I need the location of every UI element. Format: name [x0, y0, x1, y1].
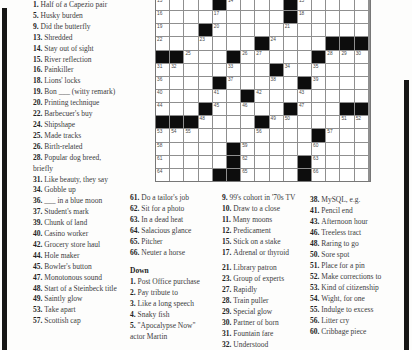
across-clue-22: 22. Barbecuer's buy [33, 109, 121, 120]
down-clue-17: 17. Adrenal or thyroid [222, 247, 306, 258]
grid-cell-r12c7[interactable] [241, 129, 254, 141]
grid-cell-r7c3[interactable] [184, 64, 197, 76]
grid-cell-r12c9[interactable] [270, 129, 283, 141]
grid-cell-r5c8-black [255, 37, 268, 49]
grid-cell-r9c12[interactable] [312, 90, 325, 102]
grid-cell-r14c5[interactable] [213, 156, 226, 168]
grid-cell-r2c6[interactable]: 14 [227, 0, 240, 10]
grid-cell-r13c2[interactable] [170, 143, 183, 155]
grid-cell-r12c2[interactable]: 54 [170, 129, 183, 141]
grid-cell-r15c13[interactable] [326, 169, 339, 181]
down-clue-32: 32. Understood [222, 339, 306, 350]
grid-cell-r5c2[interactable] [170, 37, 183, 49]
grid-cell-r9c6[interactable] [227, 90, 240, 102]
grid-cell-r11c11[interactable] [298, 116, 311, 128]
across-clue-65: 65. Pitcher [130, 236, 210, 247]
clue-number-25: 25 [185, 51, 190, 56]
grid-cell-r13c14[interactable] [340, 143, 353, 155]
grid-cell-r3c12[interactable] [312, 11, 325, 23]
grid-cell-r9c1[interactable]: 40 [156, 90, 169, 102]
grid-cell-r7c5[interactable] [213, 64, 226, 76]
grid-cell-r8c1[interactable]: 36 [156, 77, 169, 89]
grid-cell-r3c14[interactable] [340, 11, 353, 23]
grid-cell-r8c15[interactable] [355, 77, 368, 89]
grid-cell-r11c13[interactable] [326, 116, 339, 128]
grid-cell-r8c6[interactable]: 37 [227, 77, 240, 89]
grid-cell-r3c11[interactable]: 18 [298, 11, 311, 23]
grid-cell-r3c3[interactable] [184, 11, 197, 23]
grid-cell-r8c13[interactable] [326, 77, 339, 89]
grid-cell-r14c4[interactable] [199, 156, 212, 168]
clue-number-44: 44 [157, 103, 162, 108]
grid-cell-r10c11[interactable]: 47 [298, 103, 311, 115]
grid-cell-r6c2-black [170, 51, 183, 63]
grid-cell-r5c5[interactable] [213, 37, 226, 49]
across-clue-5: 5. Husky burden [33, 11, 121, 22]
grid-cell-r13c7[interactable]: 59 [241, 143, 254, 155]
grid-cell-r13c11[interactable] [298, 143, 311, 155]
across-clue-47: 47. Monotonous sound [33, 273, 121, 284]
across-clue-42: 42. Grocery store haul [33, 240, 121, 251]
grid-cell-r10c9[interactable] [270, 103, 283, 115]
across-clue-53: 53. Take apart [33, 305, 121, 316]
grid-cell-r14c13[interactable] [326, 156, 339, 168]
grid-cell-r5c1[interactable]: 22 [156, 37, 169, 49]
grid-cell-r11c2-black [170, 116, 183, 128]
grid-cell-r10c3[interactable] [184, 103, 197, 115]
down-clue-30: 30. Partner of born [222, 317, 306, 328]
grid-cell-r8c12[interactable]: 39 [312, 77, 325, 89]
down-clue-27: 27. Rapidly [222, 284, 306, 295]
down-clue-41: 41. Pencil end [310, 205, 402, 216]
grid-cell-r13c4[interactable] [199, 143, 212, 155]
grid-cell-r14c1[interactable]: 61 [156, 156, 169, 168]
grid-cell-r7c15[interactable] [355, 64, 368, 76]
grid-cell-r2c4[interactable] [199, 0, 212, 10]
grid-cell-r4c2[interactable] [170, 24, 183, 36]
grid-cell-r6c15[interactable]: 30 [355, 51, 368, 63]
down-clue-53: 53. Kind of citizenship [310, 282, 402, 293]
grid-cell-r2c10-black [284, 0, 297, 10]
grid-cell-r8c11-black [298, 77, 311, 89]
clues-column-2: 61. Do a tailor's job62. Sit for a photo… [130, 192, 210, 342]
grid-cell-r6c8[interactable]: 27 [255, 51, 268, 63]
grid-cell-r9c13[interactable] [326, 90, 339, 102]
grid-cell-r8c14[interactable] [340, 77, 353, 89]
clue-number-16: 16 [157, 11, 162, 16]
grid-cell-r7c9-black [270, 64, 283, 76]
grid-cell-r11c3-black [184, 116, 197, 128]
across-clue-36: 36. ___ in a blue moon [33, 196, 121, 207]
grid-cell-r4c1[interactable]: 19 [156, 24, 169, 36]
grid-cell-r2c2[interactable] [170, 0, 183, 10]
clue-number-56: 56 [256, 129, 261, 134]
grid-cell-r14c2[interactable] [170, 156, 183, 168]
clue-number-66: 66 [313, 169, 318, 174]
down-clue-31: 31. Fountain fare [222, 328, 306, 339]
grid-cell-r14c8[interactable] [255, 156, 268, 168]
grid-cell-r6c4[interactable] [199, 51, 212, 63]
grid-cell-r3c4[interactable] [199, 11, 212, 23]
grid-cell-r12c14[interactable] [340, 129, 353, 141]
grid-cell-r10c2[interactable] [170, 103, 183, 115]
grid-cell-r7c7[interactable] [241, 64, 254, 76]
across-clue-16: 16. Painkiller [33, 65, 121, 76]
grid-cell-r12c4[interactable] [199, 129, 212, 141]
across-clue-40: 40. Casino worker [33, 229, 121, 240]
clue-number-47: 47 [299, 103, 304, 108]
grid-cell-r13c3[interactable] [184, 143, 197, 155]
grid-cell-r13c5[interactable] [213, 143, 226, 155]
grid-cell-r12c11[interactable] [298, 129, 311, 141]
down-clues-column-3: 9. 99's cohort in '70s TV10. Draw to a c… [222, 192, 306, 350]
across-clue-48: 48. Start of a Steinbeck title [33, 284, 121, 295]
grid-cell-r4c15[interactable] [355, 24, 368, 36]
grid-cell-r7c11[interactable] [298, 64, 311, 76]
grid-cell-r8c5-black [213, 77, 226, 89]
grid-cell-r11c9[interactable]: 49 [270, 116, 283, 128]
down-clue-5: 5. "Apocalypse Now" actor Martin [130, 320, 210, 342]
grid-cell-r9c4[interactable] [199, 90, 212, 102]
grid-cell-r6c11[interactable] [298, 51, 311, 63]
grid-cell-r8c10[interactable] [284, 77, 297, 89]
clue-number-20: 20 [214, 24, 219, 29]
grid-cell-r14c10[interactable] [284, 156, 297, 168]
down-clue-21: 21. Library patron [222, 262, 306, 273]
grid-cell-r3c13[interactable] [326, 11, 339, 23]
grid-cell-r6c9[interactable] [270, 51, 283, 63]
clue-number-50: 50 [285, 116, 290, 121]
grid-cell-r12c12-black [312, 129, 325, 141]
across-clue-14: 14. Stay out of sight [33, 44, 121, 55]
grid-cell-r11c7[interactable] [241, 116, 254, 128]
grid-cell-r15c12[interactable]: 66 [312, 169, 325, 181]
grid-cell-r11c5[interactable] [213, 116, 226, 128]
grid-cell-r2c15[interactable] [355, 0, 368, 10]
grid-cell-r9c14[interactable] [340, 90, 353, 102]
down-clue-10: 10. Draw to a close [222, 203, 306, 214]
clue-number-59: 59 [242, 143, 247, 148]
grid-cell-r2c3[interactable] [184, 0, 197, 10]
grid-cell-r15c10[interactable] [284, 169, 297, 181]
grid-cell-r8c3[interactable] [184, 77, 197, 89]
grid-cell-r5c7[interactable] [241, 37, 254, 49]
grid-cell-r5c3[interactable] [184, 37, 197, 49]
grid-cell-r13c1[interactable]: 58 [156, 143, 169, 155]
down-clue-15: 15. Stick on a stake [222, 236, 306, 247]
grid-cell-r4c9[interactable] [270, 24, 283, 36]
grid-cell-r4c6[interactable] [227, 24, 240, 36]
clue-number-17: 17 [214, 11, 219, 16]
grid-cell-r3c10-black [284, 11, 297, 23]
clue-number-36: 36 [157, 77, 162, 82]
grid-cell-r9c15[interactable] [355, 90, 368, 102]
grid-cell-r15c8[interactable] [255, 169, 268, 181]
across-clues-column-1: 1. Half of a Capezio pair5. Husky burden… [33, 0, 121, 327]
grid-cell-r15c1[interactable]: 64 [156, 169, 169, 181]
grid-cell-r11c15[interactable]: 52 [355, 116, 368, 128]
grid-cell-r14c7[interactable]: 62 [241, 156, 254, 168]
grid-cell-r13c15[interactable] [355, 143, 368, 155]
grid-cell-r14c12[interactable]: 63 [312, 156, 325, 168]
grid-cell-r5c12[interactable] [312, 37, 325, 49]
clue-number-54: 54 [171, 129, 176, 134]
down-clue-11: 11. Many moons [222, 214, 306, 225]
across-clue-57: 57. Scottish cap [33, 316, 121, 327]
clue-number-55: 55 [185, 129, 190, 134]
across-clue-15: 15. River reflection [33, 55, 121, 66]
grid-cell-r4c12[interactable] [312, 24, 325, 36]
grid-cell-r13c10[interactable] [284, 143, 297, 155]
clue-number-28: 28 [327, 51, 332, 56]
grid-cell-r10c14-black [340, 103, 353, 115]
grid-cell-r3c6[interactable] [227, 11, 240, 23]
grid-cell-r13c6-black [227, 143, 240, 155]
across-clue-62: 62. Sit for a photo [130, 203, 210, 214]
grid-cell-r9c7-black [241, 90, 254, 102]
grid-cell-r9c2[interactable] [170, 90, 183, 102]
clue-number-49: 49 [271, 116, 276, 121]
grid-cell-r11c14[interactable]: 51 [340, 116, 353, 128]
grid-cell-r6c3[interactable]: 25 [184, 51, 197, 63]
grid-cell-r14c9[interactable] [270, 156, 283, 168]
grid-cell-r5c9[interactable]: 24 [270, 37, 283, 49]
grid-cell-r12c13[interactable]: 57 [326, 129, 339, 141]
grid-cell-r7c14[interactable] [340, 64, 353, 76]
down-header: Down [130, 265, 210, 276]
clue-number-38: 38 [271, 77, 276, 82]
clue-number-65: 65 [242, 169, 247, 174]
clue-number-35: 35 [313, 64, 318, 69]
grid-cell-r6c13[interactable]: 28 [326, 51, 339, 63]
grid-cell-r15c4[interactable] [199, 169, 212, 181]
grid-cell-r13c13[interactable] [326, 143, 339, 155]
grid-cell-r10c15-black [355, 103, 368, 115]
across-clue-13: 13. Shredded [33, 33, 121, 44]
grid-cell-r10c7[interactable]: 46 [241, 103, 254, 115]
grid-cell-r2c7[interactable] [241, 0, 254, 10]
grid-cell-r2c1[interactable]: 13 [156, 0, 169, 10]
down-clue-12: 12. Predicament [222, 225, 306, 236]
grid-cell-r11c1-black [156, 116, 169, 128]
grid-cell-r5c15-black [355, 37, 368, 49]
grid-cell-r4c8[interactable] [255, 24, 268, 36]
grid-cell-r10c1[interactable]: 44 [156, 103, 169, 115]
grid-cell-r8c7[interactable] [241, 77, 254, 89]
grid-cell-r15c7[interactable]: 65 [241, 169, 254, 181]
grid-cell-r4c10[interactable]: 21 [284, 24, 297, 36]
grid-cell-r9c8[interactable]: 42 [255, 90, 268, 102]
grid-cell-r10c5[interactable]: 45 [213, 103, 226, 115]
grid-cell-r14c11-black [298, 156, 311, 168]
grid-cell-r13c9[interactable] [270, 143, 283, 155]
grid-cell-r7c2[interactable]: 32 [170, 64, 183, 76]
clue-number-37: 37 [228, 77, 233, 82]
clue-number-18: 18 [299, 11, 304, 16]
grid-cell-r3c7[interactable] [241, 11, 254, 23]
down-clue-48: 48. Raring to go [310, 238, 402, 249]
grid-cell-r11c4[interactable]: 48 [199, 116, 212, 128]
grid-cell-r6c1-black [156, 51, 169, 63]
grid-cell-r4c14[interactable] [340, 24, 353, 36]
grid-cell-r9c9[interactable] [270, 90, 283, 102]
grid-cell-r3c9[interactable] [270, 11, 283, 23]
crossword-page: 1. Half of a Capezio pair5. Husky burden… [0, 0, 412, 350]
across-clue-44: 44. Hole maker [33, 251, 121, 262]
clue-number-13: 13 [157, 0, 162, 3]
grid-cell-r11c10[interactable]: 50 [284, 116, 297, 128]
grid-cell-r5c13-black [326, 37, 339, 49]
across-clue-26: 26. Birth-related [33, 142, 121, 153]
grid-cell-r12c1[interactable]: 53 [156, 129, 169, 141]
grid-cell-r2c14[interactable] [340, 0, 353, 10]
down-clue-56: 56. Litter cry [310, 315, 402, 326]
across-clue-1: 1. Half of a Capezio pair [33, 0, 121, 11]
grid-cell-r6c14[interactable]: 29 [340, 51, 353, 63]
grid-cell-r4c4-black [199, 24, 212, 36]
grid-cell-r15c14[interactable] [340, 169, 353, 181]
grid-cell-r15c11-black [298, 169, 311, 181]
grid-cell-r11c12[interactable] [312, 116, 325, 128]
grid-cell-r15c15[interactable] [355, 169, 368, 181]
grid-cell-r12c8[interactable]: 56 [255, 129, 268, 141]
grid-cell-r7c6[interactable]: 33 [227, 64, 240, 76]
down-clue-1: 1. Post Office purchase [130, 276, 210, 287]
clue-number-27: 27 [256, 51, 261, 56]
grid-cell-r10c10-black [284, 103, 297, 115]
clue-number-39: 39 [313, 77, 318, 82]
grid-cell-r7c12[interactable]: 35 [312, 64, 325, 76]
grid-cell-r3c15[interactable] [355, 11, 368, 23]
grid-cell-r5c10[interactable] [284, 37, 297, 49]
grid-cell-r8c8[interactable] [255, 77, 268, 89]
grid-cell-r10c13[interactable] [326, 103, 339, 115]
grid-cell-r2c9[interactable] [270, 0, 283, 10]
down-clues-column-4: 38. MySQL, e.g.41. Pencil end43. Afterno… [310, 194, 402, 337]
grid-cell-r7c10[interactable]: 34 [284, 64, 297, 76]
clue-number-23: 23 [200, 37, 205, 42]
grid-cell-r4c11[interactable] [298, 24, 311, 36]
scan-edge-left [2, 8, 7, 350]
grid-cell-r13c8[interactable] [255, 143, 268, 155]
clue-number-62: 62 [242, 156, 247, 161]
grid-cell-r12c15[interactable] [355, 129, 368, 141]
down-clue-43: 43. Afternoon hour [310, 216, 402, 227]
clue-number-26: 26 [242, 51, 247, 56]
clue-number-33: 33 [228, 64, 233, 69]
grid-cell-r2c13[interactable] [326, 0, 339, 10]
down-clue-2: 2. Pay tribute to [130, 287, 210, 298]
clue-number-60: 60 [313, 143, 318, 148]
grid-cell-r6c5[interactable] [213, 51, 226, 63]
clue-number-14: 14 [228, 0, 233, 3]
grid-cell-r12c6[interactable] [227, 129, 240, 141]
down-clue-23: 23. Group of experts [222, 273, 306, 284]
clue-number-34: 34 [285, 64, 290, 69]
grid-cell-r11c6[interactable] [227, 116, 240, 128]
grid-cell-r3c8[interactable] [255, 11, 268, 23]
grid-cell-r8c2[interactable] [170, 77, 183, 89]
grid-cell-r4c3[interactable] [184, 24, 197, 36]
grid-cell-r8c9[interactable]: 38 [270, 77, 283, 89]
grid-cell-r10c4-black [199, 103, 212, 115]
grid-cell-r2c8[interactable] [255, 0, 268, 10]
across-clue-31: 31. Like beauty, they say [33, 175, 121, 186]
grid-cell-r9c11[interactable]: 43 [298, 90, 311, 102]
grid-cell-r12c10[interactable] [284, 129, 297, 141]
across-clue-34: 34. Gobble up [33, 185, 121, 196]
grid-cell-r9c10[interactable] [284, 90, 297, 102]
down-clue-3: 3. Like a long speech [130, 298, 210, 309]
clue-number-32: 32 [171, 64, 176, 69]
grid-cell-r12c3[interactable]: 55 [184, 129, 197, 141]
grid-cell-r7c1[interactable]: 31 [156, 64, 169, 76]
clue-number-57: 57 [327, 129, 332, 134]
across-clue-66: 66. Neuter a horse [130, 247, 210, 258]
grid-cell-r5c11[interactable] [298, 37, 311, 49]
grid-cell-r3c5[interactable]: 17 [213, 11, 226, 23]
grid-cell-r9c5[interactable]: 41 [213, 90, 226, 102]
grid-cell-r6c7[interactable]: 26 [241, 51, 254, 63]
grid-cell-r10c6[interactable] [227, 103, 240, 115]
grid-cell-r4c7[interactable] [241, 24, 254, 36]
grid-cell-r8c4[interactable] [199, 77, 212, 89]
clue-number-53: 53 [157, 129, 162, 134]
grid-cell-r3c1[interactable]: 16 [156, 11, 169, 23]
grid-cell-r10c12[interactable] [312, 103, 325, 115]
grid-cell-r9c3[interactable] [184, 90, 197, 102]
grid-cell-r3c2[interactable] [170, 11, 183, 23]
clue-number-52: 52 [356, 116, 361, 121]
grid-cell-r2c11[interactable]: 15 [298, 0, 311, 10]
clue-number-42: 42 [256, 90, 261, 95]
clue-number-51: 51 [341, 116, 346, 121]
grid-cell-r2c12[interactable] [312, 0, 325, 10]
grid-cell-r14c14[interactable] [340, 156, 353, 168]
grid-cell-r5c4[interactable]: 23 [199, 37, 212, 49]
grid-cell-r15c9[interactable] [270, 169, 283, 181]
clue-number-24: 24 [271, 37, 276, 42]
across-clue-49: 49. Saintly glow [33, 294, 121, 305]
across-clue-18: 18. Lions' locks [33, 76, 121, 87]
grid-cell-r5c6[interactable] [227, 37, 240, 49]
down-clue-9: 9. 99's cohort in '70s TV [222, 192, 306, 203]
grid-cell-r5c14-black [340, 37, 353, 49]
grid-cell-r7c13[interactable] [326, 64, 339, 76]
grid-cell-r14c3[interactable] [184, 156, 197, 168]
across-clue-20: 20. Printing technique [33, 98, 121, 109]
down-clue-50: 50. Sore spot [310, 249, 402, 260]
grid-cell-r10c8[interactable] [255, 103, 268, 115]
grid-cell-r7c4[interactable] [199, 64, 212, 76]
grid-cell-r13c12[interactable]: 60 [312, 143, 325, 155]
down-clue-54: 54. Wight, for one [310, 293, 402, 304]
grid-cell-r2c5-black [213, 0, 226, 10]
grid-cell-r4c5[interactable]: 20 [213, 24, 226, 36]
grid-cell-r14c15[interactable] [355, 156, 368, 168]
grid-cell-r12c5[interactable] [213, 129, 226, 141]
grid-cell-r4c13[interactable] [326, 24, 339, 36]
clue-number-15: 15 [299, 0, 304, 3]
down-clue-51: 51. Place for a pin [310, 260, 402, 271]
crossword-grid: 1314151617181920212223242526272829303132… [155, 0, 371, 182]
grid-cell-r15c3[interactable] [184, 169, 197, 181]
down-clue-38: 38. MySQL, e.g. [310, 194, 402, 205]
across-clue-24: 24. Shipshape [33, 120, 121, 131]
grid-cell-r7c8[interactable] [255, 64, 268, 76]
grid-cell-r15c2[interactable] [170, 169, 183, 181]
grid-cell-r6c10[interactable] [284, 51, 297, 63]
